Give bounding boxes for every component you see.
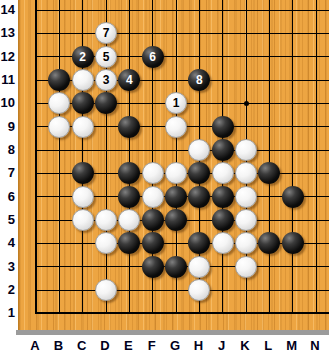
stone-E5 [118,209,140,231]
stone-K5 [235,209,257,231]
move-number-label: 4 [126,73,133,87]
stone-K6 [235,186,257,208]
column-label-M: M [283,338,301,354]
move-number-label: 6 [149,50,156,64]
column-label-L: L [259,338,277,354]
stone-D2 [95,279,117,301]
grid-line [35,312,329,314]
grid-line [35,33,329,34]
row-label-3: 3 [0,259,15,275]
column-label-B: B [49,338,67,354]
stone-E4 [118,232,140,254]
stone-F5 [142,209,164,231]
row-label-1: 1 [0,305,15,321]
column-label-C: C [73,338,91,354]
stone-D5 [95,209,117,231]
stone-E9 [118,116,140,138]
row-label-5: 5 [0,212,15,228]
grid-line [292,0,293,314]
column-label-H: H [189,338,207,354]
go-board[interactable]: 72563481 [18,0,329,330]
stone-G9 [165,116,187,138]
row-label-10: 10 [0,95,15,111]
stone-F12: 6 [142,46,164,68]
stone-M6 [282,186,304,208]
stone-G7 [165,162,187,184]
row-label-12: 12 [0,49,15,65]
row-label-13: 13 [0,25,15,41]
row-label-4: 4 [0,235,15,251]
stone-H8 [188,139,210,161]
grid-line [35,290,329,291]
move-number-label: 2 [79,50,86,64]
grid-line [269,0,270,314]
move-number-label: 7 [103,26,110,40]
grid-line [35,0,37,314]
row-label-2: 2 [0,282,15,298]
stone-G6 [165,186,187,208]
stone-J6 [212,186,234,208]
stone-F3 [142,256,164,278]
stone-D12: 5 [95,46,117,68]
stone-B10 [48,92,70,114]
grid-line [316,0,317,314]
grid-line [129,0,130,314]
stone-H2 [188,279,210,301]
grid-line [35,10,329,11]
stone-C9 [72,116,94,138]
stone-H3 [188,256,210,278]
stone-E11: 4 [118,69,140,91]
go-diagram: { "game": "go", "view": { "description":… [0,0,329,356]
stone-C12: 2 [72,46,94,68]
stone-B9 [48,116,70,138]
stone-D11: 3 [95,69,117,91]
stone-K3 [235,256,257,278]
stone-K4 [235,232,257,254]
column-label-A: A [26,338,44,354]
stone-C5 [72,209,94,231]
star-point [244,101,249,106]
stone-C6 [72,186,94,208]
row-label-11: 11 [0,72,15,88]
move-number-label: 1 [173,96,180,110]
stone-J5 [212,209,234,231]
stone-F4 [142,232,164,254]
stone-J4 [212,232,234,254]
stone-M4 [282,232,304,254]
stone-D13: 7 [95,22,117,44]
stone-K7 [235,162,257,184]
row-label-8: 8 [0,142,15,158]
grid-line [35,150,329,151]
stone-L4 [258,232,280,254]
column-label-D: D [96,338,114,354]
stone-E6 [118,186,140,208]
board-shadow [16,330,329,335]
stone-L7 [258,162,280,184]
stone-G3 [165,256,187,278]
stone-J8 [212,139,234,161]
move-number-label: 5 [103,50,110,64]
stone-H6 [188,186,210,208]
column-label-G: G [166,338,184,354]
stone-D4 [95,232,117,254]
move-number-label: 8 [196,73,203,87]
stone-C7 [72,162,94,184]
column-label-F: F [143,338,161,354]
stone-H4 [188,232,210,254]
stone-H7 [188,162,210,184]
stone-G5 [165,209,187,231]
column-label-N: N [306,338,324,354]
stone-D10 [95,92,117,114]
stone-J7 [212,162,234,184]
row-label-9: 9 [0,119,15,135]
stone-F6 [142,186,164,208]
stone-F7 [142,162,164,184]
column-label-K: K [236,338,254,354]
row-label-14: 14 [0,2,15,18]
row-label-6: 6 [0,189,15,205]
stone-G10: 1 [165,92,187,114]
stone-H11: 8 [188,69,210,91]
column-label-J: J [213,338,231,354]
row-label-7: 7 [0,165,15,181]
grid-line [59,0,60,314]
column-label-E: E [119,338,137,354]
stone-J9 [212,116,234,138]
stone-E7 [118,162,140,184]
stone-C10 [72,92,94,114]
stone-C11 [72,69,94,91]
stone-K8 [235,139,257,161]
stone-B11 [48,69,70,91]
move-number-label: 3 [103,73,110,87]
